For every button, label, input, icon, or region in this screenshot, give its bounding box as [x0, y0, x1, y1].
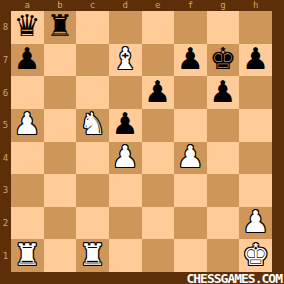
- square-c7: [76, 44, 109, 77]
- black-queen-a8: ♛: [14, 11, 41, 41]
- white-pawn-d4: ♟: [112, 142, 139, 172]
- square-d8: [109, 11, 142, 44]
- square-c6: [76, 76, 109, 109]
- black-pawn-e6: ♟: [144, 77, 171, 107]
- square-c2: [76, 207, 109, 240]
- square-g2: [207, 207, 240, 240]
- rank-label-2: 2: [0, 207, 11, 240]
- square-g6: ♟: [207, 76, 240, 109]
- square-e2: [142, 207, 175, 240]
- file-label-d: d: [109, 0, 142, 11]
- chessgames-watermark: CHESSGAMES.COM: [186, 272, 282, 284]
- square-e7: [142, 44, 175, 77]
- square-d5: ♟: [109, 109, 142, 142]
- white-rook-c1: ♜: [79, 240, 106, 270]
- white-knight-c5: ♞: [79, 109, 106, 139]
- square-e1: [142, 239, 175, 272]
- square-b8: ♜: [44, 11, 77, 44]
- square-h3: [239, 174, 272, 207]
- square-b7: [44, 44, 77, 77]
- white-pawn-f4: ♟: [177, 142, 204, 172]
- black-king-g7: ♚: [210, 44, 237, 74]
- white-king-h1: ♚: [242, 240, 269, 270]
- white-bishop-d7: ♝: [112, 44, 139, 74]
- square-e6: ♟: [142, 76, 175, 109]
- black-pawn-h7: ♟: [242, 44, 269, 74]
- black-rook-b8: ♜: [46, 11, 73, 41]
- square-h4: [239, 142, 272, 175]
- square-c4: [76, 142, 109, 175]
- square-c1: ♜: [76, 239, 109, 272]
- square-b2: [44, 207, 77, 240]
- square-f1: [174, 239, 207, 272]
- chess-board: ♛♜♟♝♟♚♟♟♟♟♞♟♟♟♟♜♜♚: [11, 11, 272, 272]
- square-b5: [44, 109, 77, 142]
- rank-labels: 87654321: [0, 11, 11, 272]
- square-a7: ♟: [11, 44, 44, 77]
- square-g4: [207, 142, 240, 175]
- square-a6: [11, 76, 44, 109]
- square-f4: ♟: [174, 142, 207, 175]
- file-label-e: e: [142, 0, 175, 11]
- square-h1: ♚: [239, 239, 272, 272]
- square-d1: [109, 239, 142, 272]
- square-d7: ♝: [109, 44, 142, 77]
- square-e4: [142, 142, 175, 175]
- square-f7: ♟: [174, 44, 207, 77]
- rank-label-8: 8: [0, 11, 11, 44]
- square-a8: ♛: [11, 11, 44, 44]
- black-pawn-d5: ♟: [112, 109, 139, 139]
- white-pawn-h2: ♟: [242, 207, 269, 237]
- square-e5: [142, 109, 175, 142]
- square-d3: [109, 174, 142, 207]
- square-b4: [44, 142, 77, 175]
- rank-label-6: 6: [0, 76, 11, 109]
- square-e3: [142, 174, 175, 207]
- square-g3: [207, 174, 240, 207]
- rank-label-5: 5: [0, 109, 11, 142]
- square-d6: [109, 76, 142, 109]
- square-f3: [174, 174, 207, 207]
- black-pawn-a7: ♟: [14, 44, 41, 74]
- rank-label-3: 3: [0, 174, 11, 207]
- square-b3: [44, 174, 77, 207]
- square-g8: [207, 11, 240, 44]
- rank-label-7: 7: [0, 44, 11, 77]
- square-g1: [207, 239, 240, 272]
- square-c8: [76, 11, 109, 44]
- square-f8: [174, 11, 207, 44]
- file-label-h: h: [239, 0, 272, 11]
- rank-label-4: 4: [0, 142, 11, 175]
- square-f6: [174, 76, 207, 109]
- square-h2: ♟: [239, 207, 272, 240]
- square-h5: [239, 109, 272, 142]
- square-a2: [11, 207, 44, 240]
- square-a3: [11, 174, 44, 207]
- square-e8: [142, 11, 175, 44]
- file-label-f: f: [174, 0, 207, 11]
- square-f5: [174, 109, 207, 142]
- square-f2: [174, 207, 207, 240]
- square-h6: [239, 76, 272, 109]
- square-b1: [44, 239, 77, 272]
- square-a5: ♟: [11, 109, 44, 142]
- square-a4: [11, 142, 44, 175]
- black-pawn-g6: ♟: [210, 77, 237, 107]
- white-rook-a1: ♜: [14, 240, 41, 270]
- square-c3: [76, 174, 109, 207]
- square-g7: ♚: [207, 44, 240, 77]
- square-c5: ♞: [76, 109, 109, 142]
- square-b6: [44, 76, 77, 109]
- white-pawn-a5: ♟: [14, 109, 41, 139]
- square-h8: [239, 11, 272, 44]
- square-d2: [109, 207, 142, 240]
- square-d4: ♟: [109, 142, 142, 175]
- rank-label-1: 1: [0, 239, 11, 272]
- chess-diagram: abcdefgh 87654321 ♛♜♟♝♟♚♟♟♟♟♞♟♟♟♟♜♜♚ CHE…: [0, 0, 284, 284]
- black-pawn-f7: ♟: [177, 44, 204, 74]
- square-a1: ♜: [11, 239, 44, 272]
- file-label-c: c: [76, 0, 109, 11]
- square-h7: ♟: [239, 44, 272, 77]
- file-label-g: g: [207, 0, 240, 11]
- square-g5: [207, 109, 240, 142]
